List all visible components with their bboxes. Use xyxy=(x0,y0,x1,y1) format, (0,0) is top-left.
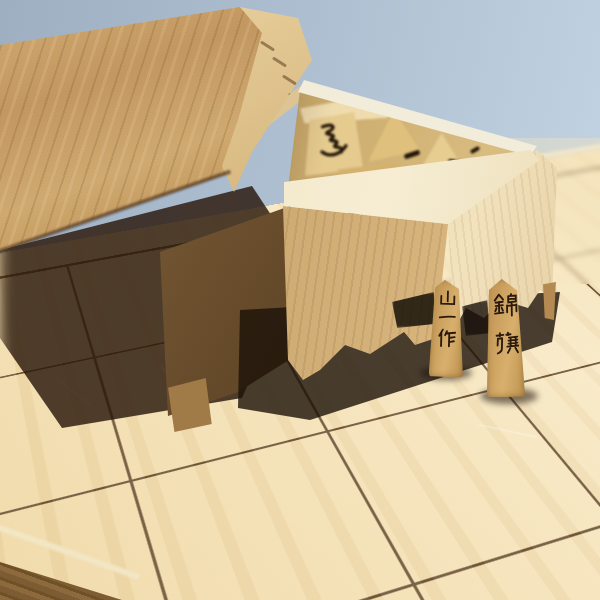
kanji-hata-icon xyxy=(491,331,518,358)
kanji-ichi-icon xyxy=(437,313,457,322)
kanji-nishiki-icon xyxy=(491,292,518,319)
kanji-yama-icon xyxy=(438,289,458,309)
board-cell xyxy=(131,431,414,600)
kanji-saku-icon xyxy=(435,326,458,351)
board-cell xyxy=(183,584,542,600)
board-cell xyxy=(414,522,600,600)
piece-box-lid xyxy=(0,0,340,268)
shogi-set-photo: 山一作 錦旗 xyxy=(0,0,600,600)
board-cell xyxy=(327,387,600,584)
